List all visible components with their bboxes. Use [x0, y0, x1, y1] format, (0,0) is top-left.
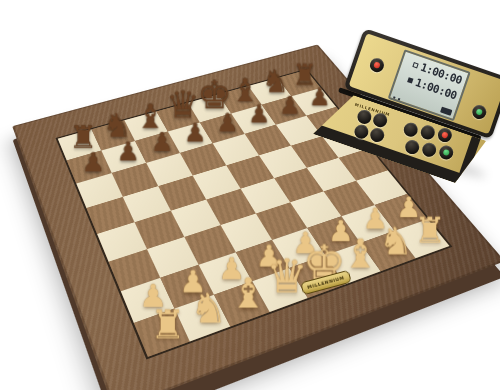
green-dot-key-button[interactable] [437, 144, 455, 162]
white-rook[interactable]: ♜ [414, 213, 446, 248]
black-pawn[interactable]: ♟ [116, 139, 140, 165]
black-square-icon [407, 77, 413, 83]
key-button[interactable] [368, 126, 386, 144]
black-pawn[interactable]: ♟ [150, 129, 173, 155]
white-bishop[interactable]: ♝ [342, 234, 378, 274]
black-pawn[interactable]: ♟ [81, 149, 105, 176]
lcd-tick-icon [398, 98, 401, 101]
white-queen[interactable]: ♛ [265, 254, 307, 301]
black-pawn[interactable]: ♟ [183, 120, 206, 146]
green-dot [442, 149, 450, 157]
white-knight[interactable]: ♞ [190, 288, 227, 329]
lcd-tick-icon [393, 96, 396, 99]
square-a1[interactable]: ♜ [134, 309, 190, 357]
key-button[interactable] [420, 141, 438, 159]
product-photo-scene: ♜♞♝♛♚♝♞♜♟♟♟♟♟♟♟♟♟♟♟♟♟♟♟♟♜♞♝♛♚♝♞♜ MILLENN… [0, 0, 500, 390]
red-dot [441, 131, 449, 139]
key-button[interactable] [356, 108, 374, 126]
white-knight[interactable]: ♞ [378, 223, 412, 261]
key-button[interactable] [402, 121, 420, 139]
black-pawn[interactable]: ♟ [247, 102, 269, 127]
red-button-core [373, 61, 381, 69]
key-button[interactable] [403, 138, 421, 156]
white-square-icon [413, 62, 419, 68]
key-button[interactable] [371, 111, 389, 129]
lcd-mode-badge-icon [440, 106, 452, 115]
green-button[interactable] [470, 103, 488, 121]
red-button[interactable] [368, 56, 386, 74]
black-pawn[interactable]: ♟ [216, 110, 239, 135]
white-bishop[interactable]: ♝ [229, 273, 266, 315]
key-button[interactable] [353, 123, 371, 141]
key-button[interactable] [419, 123, 437, 141]
white-rook[interactable]: ♜ [149, 305, 184, 344]
black-pawn[interactable]: ♟ [278, 93, 300, 118]
red-dot-key-button[interactable] [436, 126, 454, 144]
green-button-core [475, 108, 483, 116]
